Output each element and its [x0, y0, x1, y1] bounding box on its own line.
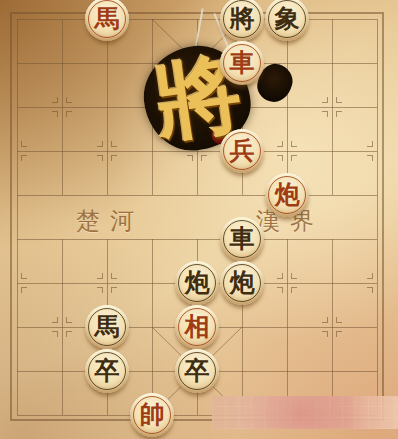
piece-glyph: 車 [230, 226, 255, 251]
piece-glyph: 車 [230, 50, 255, 75]
piece-black-cannon[interactable]: 炮 [175, 261, 219, 305]
piece-red-elephant[interactable]: 相 [175, 305, 219, 349]
piece-red-chariot[interactable]: 車 [220, 41, 264, 85]
piece-glyph: 相 [185, 314, 210, 339]
piece-black-general[interactable]: 將 [220, 0, 264, 41]
piece-red-soldier[interactable]: 兵 [220, 129, 264, 173]
piece-black-elephant[interactable]: 象 [265, 0, 309, 41]
xiangqi-screenshot: 楚河 漢界 將 馬將象車兵炮車炮炮馬相卒卒帥 [0, 0, 398, 439]
piece-glyph: 卒 [95, 358, 120, 383]
piece-black-horse[interactable]: 馬 [85, 305, 129, 349]
piece-glyph: 馬 [95, 6, 120, 31]
piece-glyph: 炮 [275, 182, 300, 207]
piece-glyph: 兵 [230, 138, 255, 163]
piece-glyph: 帥 [140, 402, 165, 427]
piece-glyph: 炮 [185, 270, 210, 295]
piece-black-soldier-2[interactable]: 卒 [175, 349, 219, 393]
piece-black-cannon-2[interactable]: 炮 [220, 261, 264, 305]
piece-glyph: 炮 [230, 270, 255, 295]
piece-glyph: 將 [230, 6, 255, 31]
piece-glyph: 卒 [185, 358, 210, 383]
piece-glyph: 馬 [95, 314, 120, 339]
piece-glyph: 象 [275, 6, 300, 31]
piece-red-horse[interactable]: 馬 [85, 0, 129, 41]
piece-red-general[interactable]: 帥 [130, 393, 174, 437]
piece-black-soldier[interactable]: 卒 [85, 349, 129, 393]
piece-red-cannon[interactable]: 炮 [265, 173, 309, 217]
pieces-layer: 馬將象車兵炮車炮炮馬相卒卒帥 [0, 0, 398, 439]
piece-black-chariot[interactable]: 車 [220, 217, 264, 261]
